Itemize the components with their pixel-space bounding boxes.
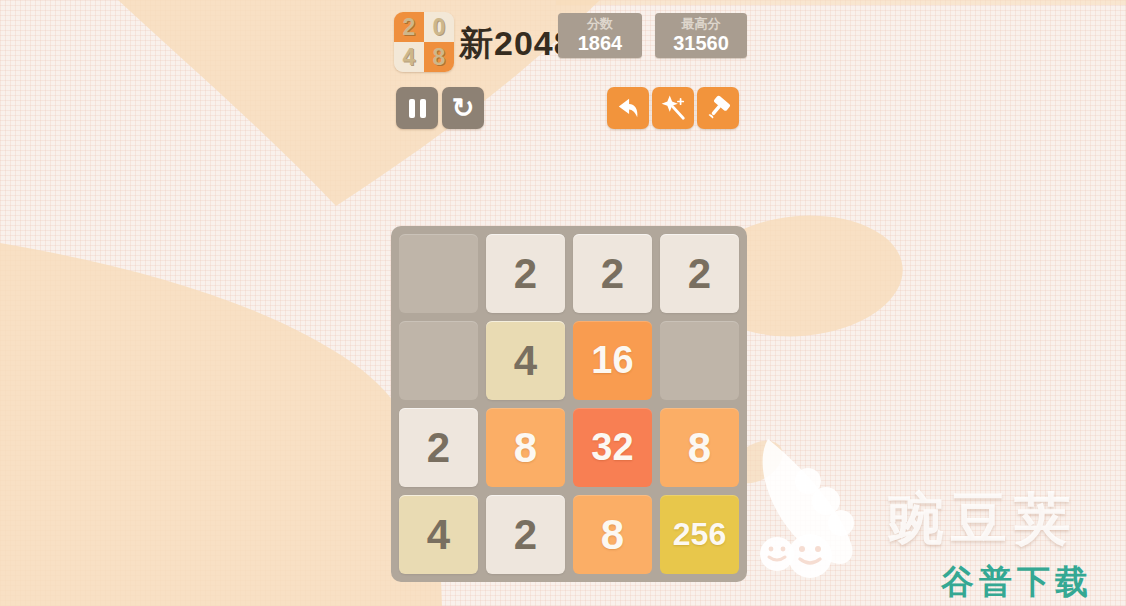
score-value: 1864 [578,32,623,54]
best-score-value: 31560 [673,32,729,54]
tile-8: 8 [573,495,652,574]
wandoujia-peapod-logo [750,437,890,582]
tile-2: 2 [660,234,739,313]
tile-2: 2 [486,495,565,574]
logo-tile-4: 4 [394,42,424,72]
tile-4: 4 [399,495,478,574]
restart-button[interactable]: ↻ [442,87,484,129]
score-box: 分数 1864 [558,13,642,58]
tile-8: 8 [486,408,565,487]
magic-wand-button[interactable] [652,87,694,129]
app-logo-2048: 2048 [394,12,454,72]
score-label: 分数 [587,17,613,31]
tile-32: 32 [573,408,652,487]
wandoujia-brand-text: 豌豆荚 [888,482,1077,558]
best-score-box: 最高分 31560 [655,13,747,58]
tile-2: 2 [573,234,652,313]
empty-cell [660,321,739,400]
restart-icon: ↻ [452,95,475,122]
tile-16: 16 [573,321,652,400]
logo-tile-2: 2 [394,12,424,42]
tile-8: 8 [660,408,739,487]
tile-4: 4 [486,321,565,400]
pause-button[interactable] [396,87,438,129]
logo-tile-8: 8 [424,42,454,72]
pause-icon [409,99,426,118]
best-score-label: 最高分 [682,17,721,31]
tile-256: 256 [660,495,739,574]
site-watermark-text: 谷普下载 [941,560,1093,605]
empty-cell [399,234,478,313]
tile-2: 2 [399,408,478,487]
undo-button[interactable] [607,87,649,129]
logo-tile-0: 0 [424,12,454,42]
board[interactable]: 22241628328428256 [391,226,747,582]
hammer-button[interactable] [697,87,739,129]
tile-2: 2 [486,234,565,313]
hammer-icon [705,95,731,121]
game-screen: 2048 新2048 分数 1864 最高分 31560 ↻ [0,0,1126,606]
empty-cell [399,321,478,400]
app-title: 新2048 [459,21,574,67]
undo-arrow-icon [615,95,641,121]
magic-wand-icon [660,95,686,121]
